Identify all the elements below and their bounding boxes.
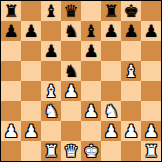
square-h7[interactable]: ♟: [141, 21, 161, 41]
piece-black-rook[interactable]: ♜: [3, 1, 18, 21]
piece-black-pawn[interactable]: ♟: [123, 21, 138, 41]
piece-white-rook[interactable]: ♜: [143, 141, 158, 161]
square-a5[interactable]: [1, 61, 21, 81]
square-d2[interactable]: [61, 121, 81, 141]
piece-black-knight[interactable]: ♞: [63, 61, 78, 81]
square-e4[interactable]: [81, 81, 101, 101]
piece-black-pawn[interactable]: ♟: [23, 21, 38, 41]
square-f3[interactable]: ♞: [101, 101, 121, 121]
square-e7[interactable]: ♝: [81, 21, 101, 41]
piece-black-bishop[interactable]: ♝: [83, 21, 98, 41]
square-h2[interactable]: ♟: [141, 121, 161, 141]
square-g2[interactable]: ♟: [121, 121, 141, 141]
piece-white-pawn[interactable]: ♟: [3, 121, 18, 141]
square-e8[interactable]: [81, 1, 101, 21]
square-e6[interactable]: ♟: [81, 41, 101, 61]
piece-white-pawn[interactable]: ♟: [63, 81, 78, 101]
piece-white-pawn[interactable]: ♟: [23, 121, 38, 141]
square-d7[interactable]: ♞: [61, 21, 81, 41]
square-f6[interactable]: [101, 41, 121, 61]
piece-black-pawn[interactable]: ♟: [83, 41, 98, 61]
square-a8[interactable]: ♜: [1, 1, 21, 21]
piece-black-king[interactable]: ♚: [123, 1, 138, 21]
square-f4[interactable]: [101, 81, 121, 101]
square-e5[interactable]: [81, 61, 101, 81]
square-d5[interactable]: ♞: [61, 61, 81, 81]
square-g8[interactable]: ♚: [121, 1, 141, 21]
piece-white-bishop[interactable]: ♝: [43, 81, 58, 101]
square-e1[interactable]: ♚: [81, 141, 101, 161]
piece-white-pawn[interactable]: ♟: [123, 121, 138, 141]
square-g3[interactable]: [121, 101, 141, 121]
square-a4[interactable]: [1, 81, 21, 101]
square-g6[interactable]: [121, 41, 141, 61]
chess-board: ♜♝♛♜♚♟♟♞♝♟♟♟♟♟♞♝♝♟♞♟♞♟♟♟♟♟♜♛♚♜: [0, 0, 162, 162]
piece-black-pawn[interactable]: ♟: [43, 41, 58, 61]
square-e2[interactable]: [81, 121, 101, 141]
square-h6[interactable]: [141, 41, 161, 61]
piece-black-pawn[interactable]: ♟: [143, 21, 158, 41]
square-h3[interactable]: [141, 101, 161, 121]
square-a2[interactable]: ♟: [1, 121, 21, 141]
square-g5[interactable]: ♝: [121, 61, 141, 81]
square-f8[interactable]: ♜: [101, 1, 121, 21]
square-c2[interactable]: [41, 121, 61, 141]
piece-black-knight[interactable]: ♞: [63, 21, 78, 41]
square-c8[interactable]: ♝: [41, 1, 61, 21]
square-e3[interactable]: ♟: [81, 101, 101, 121]
square-f2[interactable]: ♟: [101, 121, 121, 141]
square-f5[interactable]: [101, 61, 121, 81]
piece-black-pawn[interactable]: ♟: [3, 21, 18, 41]
piece-white-king[interactable]: ♚: [83, 141, 98, 161]
square-c4[interactable]: ♝: [41, 81, 61, 101]
square-c7[interactable]: [41, 21, 61, 41]
piece-white-bishop[interactable]: ♝: [123, 61, 138, 81]
square-b3[interactable]: [21, 101, 41, 121]
piece-white-knight[interactable]: ♞: [103, 101, 118, 121]
square-b6[interactable]: [21, 41, 41, 61]
square-f7[interactable]: ♟: [101, 21, 121, 41]
square-a1[interactable]: [1, 141, 21, 161]
square-d6[interactable]: [61, 41, 81, 61]
square-b7[interactable]: ♟: [21, 21, 41, 41]
square-g7[interactable]: ♟: [121, 21, 141, 41]
piece-white-knight[interactable]: ♞: [43, 101, 58, 121]
square-d3[interactable]: [61, 101, 81, 121]
square-c5[interactable]: [41, 61, 61, 81]
square-f1[interactable]: [101, 141, 121, 161]
square-b5[interactable]: [21, 61, 41, 81]
piece-black-queen[interactable]: ♛: [63, 1, 78, 21]
square-b4[interactable]: [21, 81, 41, 101]
square-h4[interactable]: [141, 81, 161, 101]
square-d4[interactable]: ♟: [61, 81, 81, 101]
square-b1[interactable]: [21, 141, 41, 161]
square-a7[interactable]: ♟: [1, 21, 21, 41]
piece-white-queen[interactable]: ♛: [63, 141, 78, 161]
piece-black-pawn[interactable]: ♟: [103, 21, 118, 41]
square-a3[interactable]: [1, 101, 21, 121]
square-a6[interactable]: [1, 41, 21, 61]
square-h5[interactable]: [141, 61, 161, 81]
square-g4[interactable]: [121, 81, 141, 101]
piece-black-rook[interactable]: ♜: [103, 1, 118, 21]
piece-black-bishop[interactable]: ♝: [43, 1, 58, 21]
square-d1[interactable]: ♛: [61, 141, 81, 161]
piece-white-pawn[interactable]: ♟: [143, 121, 158, 141]
square-b2[interactable]: ♟: [21, 121, 41, 141]
square-c3[interactable]: ♞: [41, 101, 61, 121]
piece-white-pawn[interactable]: ♟: [103, 121, 118, 141]
square-h1[interactable]: ♜: [141, 141, 161, 161]
square-c1[interactable]: ♜: [41, 141, 61, 161]
piece-white-rook[interactable]: ♜: [43, 141, 58, 161]
square-d8[interactable]: ♛: [61, 1, 81, 21]
square-h8[interactable]: [141, 1, 161, 21]
piece-white-pawn[interactable]: ♟: [83, 101, 98, 121]
square-b8[interactable]: [21, 1, 41, 21]
square-g1[interactable]: [121, 141, 141, 161]
square-c6[interactable]: ♟: [41, 41, 61, 61]
